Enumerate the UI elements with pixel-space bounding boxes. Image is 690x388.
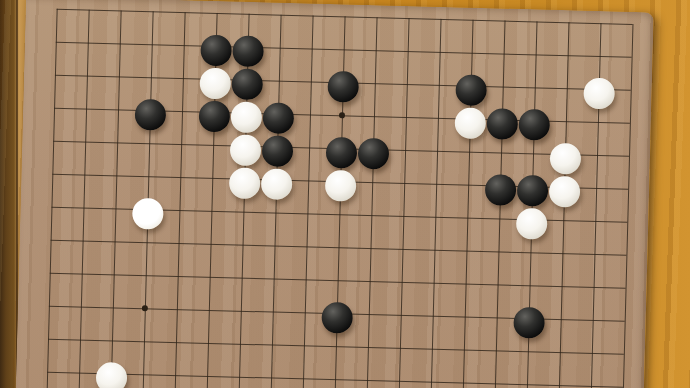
star-point bbox=[339, 112, 345, 118]
stone-black bbox=[486, 108, 518, 140]
stone-white bbox=[230, 101, 262, 133]
stone-white bbox=[583, 77, 615, 109]
stone-white bbox=[199, 67, 231, 99]
stone-white bbox=[131, 197, 163, 229]
stone-black bbox=[518, 108, 550, 140]
star-point bbox=[142, 305, 148, 311]
stone-white bbox=[454, 107, 486, 139]
stone-white bbox=[229, 134, 261, 166]
go-board bbox=[15, 0, 654, 388]
stone-white bbox=[515, 207, 547, 239]
stone-black bbox=[134, 98, 166, 130]
stone-black bbox=[198, 100, 230, 132]
grid-line-vertical bbox=[174, 12, 186, 388]
stone-white bbox=[260, 168, 292, 200]
stone-black bbox=[200, 34, 232, 66]
stone-white bbox=[324, 169, 356, 201]
stone-white bbox=[95, 361, 127, 388]
grid-line-vertical bbox=[110, 10, 122, 388]
grid-line-vertical bbox=[270, 15, 282, 388]
stone-white bbox=[228, 167, 260, 199]
grid-line-vertical bbox=[78, 10, 90, 388]
stone-black bbox=[262, 102, 294, 134]
stone-black bbox=[321, 301, 353, 333]
grid-line-vertical bbox=[302, 16, 314, 388]
grid-line-vertical bbox=[366, 17, 378, 388]
stone-white bbox=[549, 142, 581, 174]
grid-line-vertical bbox=[430, 19, 442, 388]
stone-white bbox=[548, 175, 580, 207]
grid-line-vertical bbox=[622, 24, 634, 388]
grid-line-vertical bbox=[46, 9, 58, 388]
stone-black bbox=[357, 137, 389, 169]
stone-black bbox=[325, 136, 357, 168]
stone-black bbox=[455, 74, 487, 106]
stone-black bbox=[231, 68, 263, 100]
photo-scene bbox=[0, 0, 690, 388]
stone-black bbox=[261, 135, 293, 167]
stone-black bbox=[484, 174, 516, 206]
stone-black bbox=[513, 306, 545, 338]
grid-line-vertical bbox=[398, 18, 410, 388]
stone-black bbox=[232, 35, 264, 67]
stone-black bbox=[327, 70, 359, 102]
stone-black bbox=[516, 174, 548, 206]
